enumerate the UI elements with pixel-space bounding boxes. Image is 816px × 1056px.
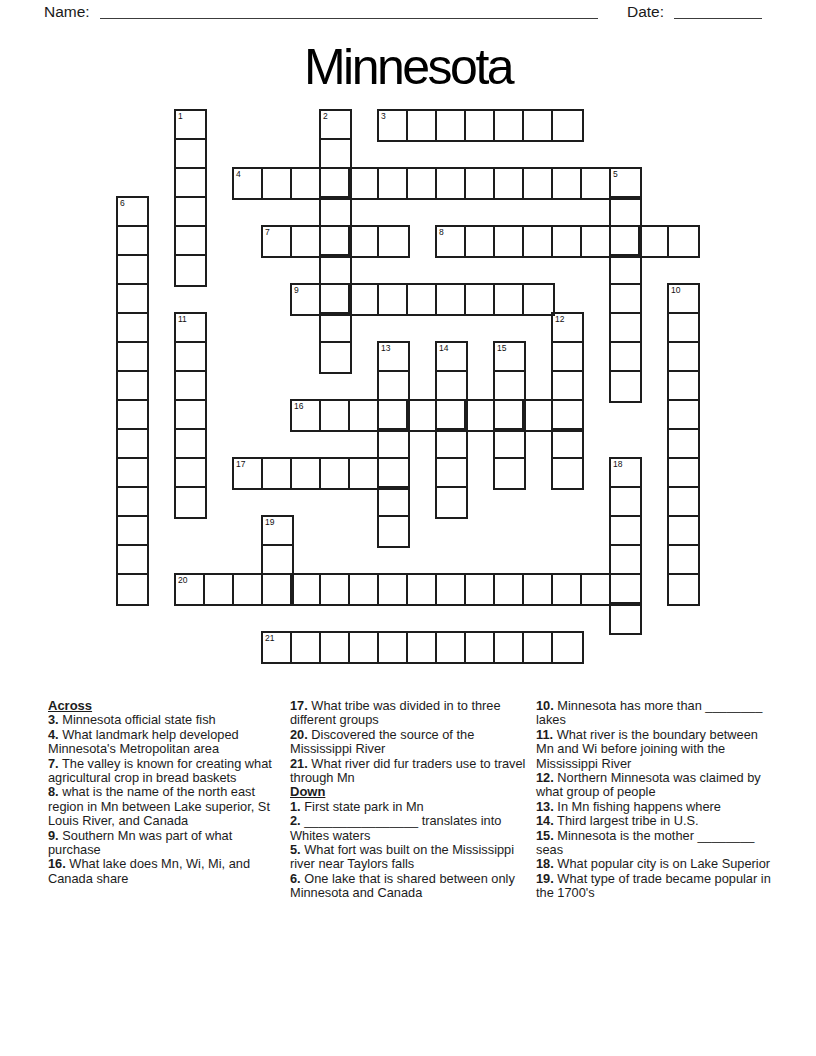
cell-r3c9[interactable] [350, 169, 379, 198]
cell-r11c13[interactable] [466, 401, 495, 430]
clue-number: 7. [48, 756, 59, 771]
across-20-word [174, 573, 642, 606]
down-6-word [116, 196, 149, 606]
cell-r7c1[interactable] [118, 285, 147, 314]
cell-r10c20[interactable] [669, 372, 698, 401]
cell-r19c7[interactable] [292, 633, 321, 662]
cell-r10c10[interactable] [379, 372, 408, 401]
clue-number: 10. [536, 698, 554, 713]
name-blank-line[interactable] [100, 2, 598, 19]
cell-r6c3[interactable] [176, 256, 205, 285]
cell-r10c16[interactable] [553, 372, 582, 401]
cell-r15c20[interactable] [669, 517, 698, 546]
cell-r19c14[interactable] [495, 633, 524, 662]
grid-number-12: 12 [555, 315, 564, 324]
cell-r12c12[interactable] [437, 430, 466, 459]
cell-r19c11[interactable] [408, 633, 437, 662]
cell-r14c1[interactable] [118, 488, 147, 517]
cell-r3c17[interactable] [582, 169, 611, 198]
clue-down-11: 11. What river is the boundary between M… [536, 728, 778, 771]
cell-r13c20[interactable] [669, 459, 698, 488]
cell-r5c7[interactable] [292, 227, 321, 256]
cell-r13c12[interactable] [437, 459, 466, 488]
cell-r3c15[interactable] [524, 169, 553, 198]
clue-across-8: 8. what is the name of the north east re… [48, 785, 281, 828]
cell-r8c18[interactable] [611, 314, 640, 343]
worksheet-page: { "game": "crossword", "title": "Minneso… [0, 0, 816, 1056]
cell-r17c14[interactable] [495, 575, 524, 604]
cell-r9c18[interactable] [611, 343, 640, 372]
down-15-word [493, 341, 526, 490]
cell-r7c8[interactable] [321, 285, 350, 314]
cell-r11c14[interactable] [495, 401, 524, 430]
cell-r5c16[interactable] [553, 227, 582, 256]
clue-down-12: 12. Northern Minnesota was claimed by wh… [536, 771, 778, 800]
clue-down-18: 18. What popular city is on Lake Superio… [536, 857, 778, 871]
clue-column-2: 17. What tribe was divided in to three d… [290, 699, 528, 901]
cell-r11c20[interactable] [669, 401, 698, 430]
down-11-word [174, 312, 207, 519]
across-8-word [435, 225, 700, 258]
cell-r6c1[interactable] [118, 256, 147, 285]
cell-r16c18[interactable] [611, 546, 640, 575]
cell-r19c12[interactable] [437, 633, 466, 662]
cell-r13c10[interactable] [379, 459, 408, 488]
cell-r7c15[interactable] [524, 285, 553, 314]
grid-number-13: 13 [381, 344, 390, 353]
cell-r11c9[interactable] [350, 401, 379, 430]
cell-r3c10[interactable] [379, 169, 408, 198]
down-13-word [377, 341, 410, 548]
cell-r10c18[interactable] [611, 372, 640, 401]
clue-down-5: 5. What fort was built on the Mississipp… [290, 843, 528, 872]
cell-r19c16[interactable] [553, 633, 582, 662]
cell-r5c13[interactable] [466, 227, 495, 256]
cell-r13c7[interactable] [292, 459, 321, 488]
date-blank-line[interactable] [674, 2, 762, 19]
clue-down-2: 2. ________________ translates into Whit… [290, 814, 528, 843]
clue-number: 19. [536, 871, 554, 886]
cell-r13c16[interactable] [553, 459, 582, 488]
cell-r10c1[interactable] [118, 372, 147, 401]
crossword-grid: 347891617202112561011121314151819 [118, 111, 698, 662]
grid-number-7: 7 [265, 228, 270, 237]
cell-r3c7[interactable] [292, 169, 321, 198]
clue-number: 3. [48, 712, 59, 727]
clue-down-15: 15. Minnesota is the mother ________ sea… [536, 829, 778, 858]
cell-r11c3[interactable] [176, 401, 205, 430]
clue-down-13: 13. In Mn fishing happens where [536, 800, 778, 814]
grid-number-10: 10 [671, 286, 680, 295]
cell-r10c12[interactable] [437, 372, 466, 401]
clue-number: 9. [48, 828, 59, 843]
clue-across-4: 4. What landmark help developed Minnesot… [48, 728, 281, 757]
across-21-word [261, 631, 584, 664]
grid-number-3: 3 [381, 112, 386, 121]
cell-r7c14[interactable] [495, 285, 524, 314]
cell-r17c9[interactable] [350, 575, 379, 604]
cell-r17c1[interactable] [118, 575, 147, 604]
clue-number: 21. [290, 756, 308, 771]
cell-r6c8[interactable] [321, 256, 350, 285]
cell-r5c20[interactable] [669, 227, 698, 256]
grid-number-15: 15 [497, 344, 506, 353]
cell-r8c1[interactable] [118, 314, 147, 343]
cell-r16c20[interactable] [669, 546, 698, 575]
cell-r17c4[interactable] [205, 575, 234, 604]
cell-r10c14[interactable] [495, 372, 524, 401]
cell-r12c3[interactable] [176, 430, 205, 459]
cell-r12c10[interactable] [379, 430, 408, 459]
clue-number: 15. [536, 828, 554, 843]
cell-r15c1[interactable] [118, 517, 147, 546]
cell-r12c16[interactable] [553, 430, 582, 459]
clue-across-16: 16. What lake does Mn, Wi, Mi, and Canad… [48, 857, 281, 886]
grid-number-17: 17 [236, 460, 245, 469]
cell-r13c6[interactable] [263, 459, 292, 488]
cell-r17c7[interactable] [292, 575, 321, 604]
grid-number-6: 6 [120, 199, 125, 208]
clue-number: 13. [536, 799, 554, 814]
down-2-word [319, 109, 352, 374]
cell-r3c12[interactable] [437, 169, 466, 198]
cell-r11c8[interactable] [321, 401, 350, 430]
cell-r15c10[interactable] [379, 517, 408, 546]
grid-number-14: 14 [439, 344, 448, 353]
cell-r16c6[interactable] [263, 546, 292, 575]
clue-number: 20. [290, 727, 308, 742]
cell-r13c1[interactable] [118, 459, 147, 488]
grid-number-21: 21 [265, 634, 274, 643]
cell-r1c16[interactable] [553, 111, 582, 140]
cell-r7c9[interactable] [350, 285, 379, 314]
grid-number-18: 18 [613, 460, 622, 469]
cell-r17c11[interactable] [408, 575, 437, 604]
cell-r5c17[interactable] [582, 227, 611, 256]
cell-r14c10[interactable] [379, 488, 408, 517]
down-19-word [261, 515, 294, 606]
cell-r17c15[interactable] [524, 575, 553, 604]
cell-r8c20[interactable] [669, 314, 698, 343]
cell-r1c11[interactable] [408, 111, 437, 140]
grid-number-9: 9 [294, 286, 299, 295]
grid-number-11: 11 [178, 315, 187, 324]
cell-r12c20[interactable] [669, 430, 698, 459]
cell-r17c17[interactable] [582, 575, 611, 604]
clue-column-3: 10. Minnesota has more than ________ lak… [536, 699, 778, 901]
cell-r5c1[interactable] [118, 227, 147, 256]
cell-r12c1[interactable] [118, 430, 147, 459]
clue-number: 8. [48, 784, 59, 799]
cell-r14c3[interactable] [176, 488, 205, 517]
cell-r1c12[interactable] [437, 111, 466, 140]
down-18-word [609, 457, 642, 635]
cell-r7c18[interactable] [611, 285, 640, 314]
cell-r13c14[interactable] [495, 459, 524, 488]
cell-r16c1[interactable] [118, 546, 147, 575]
cell-r7c13[interactable] [466, 285, 495, 314]
grid-number-2: 2 [323, 112, 328, 121]
cell-r10c3[interactable] [176, 372, 205, 401]
down-14-word [435, 341, 468, 519]
cell-r17c8[interactable] [321, 575, 350, 604]
down-1-word [174, 109, 207, 287]
cell-r17c18[interactable] [611, 575, 640, 604]
clue-down-19: 19. What type of trade became popular in… [536, 872, 778, 901]
clue-number: 11. [536, 727, 553, 742]
cell-r5c14[interactable] [495, 227, 524, 256]
clue-down-14: 14. Third largest tribe in U.S. [536, 814, 778, 828]
clue-number: 6. [290, 871, 301, 886]
cell-r9c8[interactable] [321, 343, 350, 372]
across-heading: Across [48, 699, 281, 713]
cell-r17c20[interactable] [669, 575, 698, 604]
clue-number: 1. [290, 799, 301, 814]
cell-r11c12[interactable] [437, 401, 466, 430]
grid-number-8: 8 [439, 228, 444, 237]
cell-r13c3[interactable] [176, 459, 205, 488]
cell-r17c16[interactable] [553, 575, 582, 604]
clue-number: 5. [290, 842, 301, 857]
cell-r4c8[interactable] [321, 198, 350, 227]
cell-r3c16[interactable] [553, 169, 582, 198]
across-3-word [377, 109, 584, 142]
cell-r4c3[interactable] [176, 198, 205, 227]
grid-number-1: 1 [178, 112, 183, 121]
cell-r6c18[interactable] [611, 256, 640, 285]
cell-r3c11[interactable] [408, 169, 437, 198]
clue-down-1: 1. First state park in Mn [290, 800, 528, 814]
clue-across-3: 3. Minnesota official state fish [48, 713, 281, 727]
cell-r5c10[interactable] [379, 227, 408, 256]
cell-r4c18[interactable] [611, 198, 640, 227]
clue-across-17: 17. What tribe was divided in to three d… [290, 699, 528, 728]
cell-r11c10[interactable] [379, 401, 408, 430]
cell-r12c14[interactable] [495, 430, 524, 459]
cell-r11c15[interactable] [524, 401, 553, 430]
cell-r9c16[interactable] [553, 343, 582, 372]
cell-r5c18[interactable] [611, 227, 640, 256]
cell-r18c18[interactable] [611, 604, 640, 633]
cell-r3c13[interactable] [466, 169, 495, 198]
cell-r17c13[interactable] [466, 575, 495, 604]
cell-r9c20[interactable] [669, 343, 698, 372]
cell-r11c11[interactable] [408, 401, 437, 430]
cell-r8c8[interactable] [321, 314, 350, 343]
cell-r7c10[interactable] [379, 285, 408, 314]
down-12-word [551, 312, 584, 490]
cell-r9c3[interactable] [176, 343, 205, 372]
cell-r2c8[interactable] [321, 140, 350, 169]
cell-r15c18[interactable] [611, 517, 640, 546]
cell-r3c3[interactable] [176, 169, 205, 198]
clue-number: 17. [290, 698, 308, 713]
grid-number-4: 4 [236, 170, 241, 179]
cell-r5c15[interactable] [524, 227, 553, 256]
cell-r5c19[interactable] [640, 227, 669, 256]
clue-number: 18. [536, 856, 554, 871]
clue-number: 2. [290, 813, 301, 828]
cell-r14c12[interactable] [437, 488, 466, 517]
grid-number-16: 16 [294, 402, 303, 411]
cell-r11c1[interactable] [118, 401, 147, 430]
cell-r14c20[interactable] [669, 488, 698, 517]
clue-down-6: 6. One lake that is shared between only … [290, 872, 528, 901]
grid-number-5: 5 [613, 170, 618, 179]
cell-r17c12[interactable] [437, 575, 466, 604]
cell-r19c15[interactable] [524, 633, 553, 662]
cell-r5c3[interactable] [176, 227, 205, 256]
cell-r1c13[interactable] [466, 111, 495, 140]
cell-r7c12[interactable] [437, 285, 466, 314]
down-heading: Down [290, 785, 528, 799]
across-4-word [232, 167, 642, 200]
cell-r9c1[interactable] [118, 343, 147, 372]
cell-r7c11[interactable] [408, 285, 437, 314]
clue-number: 16. [48, 856, 66, 871]
cell-r5c8[interactable] [321, 227, 350, 256]
clue-across-7: 7. The valley is known for creating what… [48, 757, 281, 786]
cell-r13c8[interactable] [321, 459, 350, 488]
down-10-word [667, 283, 700, 606]
clue-across-20: 20. Discovered the source of the Mississ… [290, 728, 528, 757]
clue-across-9: 9. Southern Mn was part of what purchase [48, 829, 281, 858]
grid-number-19: 19 [265, 518, 274, 527]
cell-r19c8[interactable] [321, 633, 350, 662]
clue-down-10: 10. Minnesota has more than ________ lak… [536, 699, 778, 728]
cell-r17c6[interactable] [263, 575, 292, 604]
cell-r19c13[interactable] [466, 633, 495, 662]
cell-r13c9[interactable] [350, 459, 379, 488]
cell-r17c5[interactable] [234, 575, 263, 604]
grid-number-20: 20 [178, 576, 187, 585]
name-label: Name: [44, 3, 90, 21]
cell-r3c8[interactable] [321, 169, 350, 198]
cell-r3c14[interactable] [495, 169, 524, 198]
cell-r1c15[interactable] [524, 111, 553, 140]
clue-across-21: 21. What river did fur traders use to tr… [290, 757, 528, 786]
clue-number: 14. [536, 813, 554, 828]
cell-r17c10[interactable] [379, 575, 408, 604]
down-5-word [609, 167, 642, 403]
cell-r3c6[interactable] [263, 169, 292, 198]
cell-r5c9[interactable] [350, 227, 379, 256]
cell-r14c18[interactable] [611, 488, 640, 517]
clue-number: 4. [48, 727, 59, 742]
clue-column-1: Across3. Minnesota official state fish4.… [48, 699, 281, 886]
date-label: Date: [627, 3, 664, 21]
clue-number: 12. [536, 770, 554, 785]
cell-r1c14[interactable] [495, 111, 524, 140]
cell-r2c3[interactable] [176, 140, 205, 169]
cell-r19c9[interactable] [350, 633, 379, 662]
cell-r19c10[interactable] [379, 633, 408, 662]
cell-r11c16[interactable] [553, 401, 582, 430]
puzzle-title: Minnesota [0, 38, 816, 96]
